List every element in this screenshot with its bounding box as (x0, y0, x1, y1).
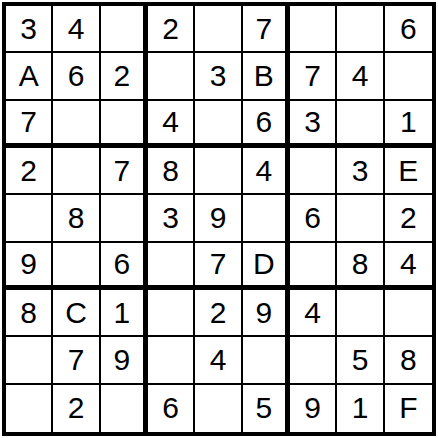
cell-r8c7[interactable] (290, 337, 337, 384)
cell-r4c2[interactable] (53, 148, 100, 195)
cell-r6c4[interactable] (148, 243, 195, 290)
cell-r9c8[interactable]: 1 (337, 385, 384, 432)
cell-r1c3[interactable] (101, 6, 148, 53)
cell-r3c3[interactable] (101, 101, 148, 148)
cell-r5c6[interactable] (243, 195, 290, 242)
cell-r6c6[interactable]: D (243, 243, 290, 290)
cell-r2c3[interactable]: 2 (101, 53, 148, 100)
cell-r8c8[interactable]: 5 (337, 337, 384, 384)
cell-r6c9[interactable]: 4 (385, 243, 432, 290)
cell-r6c1[interactable]: 9 (6, 243, 53, 290)
cell-r3c5[interactable] (195, 101, 242, 148)
cell-r7c7[interactable]: 4 (290, 290, 337, 337)
cell-r5c5[interactable]: 9 (195, 195, 242, 242)
cell-r1c9[interactable]: 6 (385, 6, 432, 53)
cell-r7c5[interactable]: 2 (195, 290, 242, 337)
cell-r5c3[interactable] (101, 195, 148, 242)
cell-r2c8[interactable]: 4 (337, 53, 384, 100)
cell-r1c2[interactable]: 4 (53, 6, 100, 53)
cell-r4c5[interactable] (195, 148, 242, 195)
cell-r3c6[interactable]: 6 (243, 101, 290, 148)
cell-r8c3[interactable]: 9 (101, 337, 148, 384)
cell-r1c7[interactable] (290, 6, 337, 53)
cell-r2c4[interactable] (148, 53, 195, 100)
cell-r6c7[interactable] (290, 243, 337, 290)
cell-r1c8[interactable] (337, 6, 384, 53)
cell-r4c6[interactable]: 4 (243, 148, 290, 195)
cell-r8c1[interactable] (6, 337, 53, 384)
cell-r5c8[interactable] (337, 195, 384, 242)
cell-r5c9[interactable]: 2 (385, 195, 432, 242)
cell-r7c2[interactable]: C (53, 290, 100, 337)
cell-r9c9[interactable]: F (385, 385, 432, 432)
cell-r9c3[interactable] (101, 385, 148, 432)
cell-r4c8[interactable]: 3 (337, 148, 384, 195)
cell-r1c1[interactable]: 3 (6, 6, 53, 53)
cell-r9c1[interactable] (6, 385, 53, 432)
cell-r9c6[interactable]: 5 (243, 385, 290, 432)
cell-r6c3[interactable]: 6 (101, 243, 148, 290)
cell-r8c2[interactable]: 7 (53, 337, 100, 384)
cell-r1c6[interactable]: 7 (243, 6, 290, 53)
cell-r2c9[interactable] (385, 53, 432, 100)
cell-r7c3[interactable]: 1 (101, 290, 148, 337)
cell-r5c4[interactable]: 3 (148, 195, 195, 242)
cell-r4c1[interactable]: 2 (6, 148, 53, 195)
cell-r3c8[interactable] (337, 101, 384, 148)
cell-r6c2[interactable] (53, 243, 100, 290)
cell-r2c2[interactable]: 6 (53, 53, 100, 100)
cell-r3c9[interactable]: 1 (385, 101, 432, 148)
cell-r4c9[interactable]: E (385, 148, 432, 195)
sudoku-puzzle: 34276A623B747463127843E83962967D848C1294… (0, 0, 438, 438)
cell-r5c2[interactable]: 8 (53, 195, 100, 242)
cell-r6c8[interactable]: 8 (337, 243, 384, 290)
cell-r2c1[interactable]: A (6, 53, 53, 100)
cell-r3c2[interactable] (53, 101, 100, 148)
cell-r7c6[interactable]: 9 (243, 290, 290, 337)
cell-r8c5[interactable]: 4 (195, 337, 242, 384)
cell-r1c4[interactable]: 2 (148, 6, 195, 53)
cell-r9c4[interactable]: 6 (148, 385, 195, 432)
cell-r7c1[interactable]: 8 (6, 290, 53, 337)
cell-r7c9[interactable] (385, 290, 432, 337)
cell-r3c1[interactable]: 7 (6, 101, 53, 148)
cell-r5c1[interactable] (6, 195, 53, 242)
cell-r7c4[interactable] (148, 290, 195, 337)
cell-r8c9[interactable]: 8 (385, 337, 432, 384)
cell-r2c6[interactable]: B (243, 53, 290, 100)
cell-r2c7[interactable]: 7 (290, 53, 337, 100)
cell-r1c5[interactable] (195, 6, 242, 53)
cell-r7c8[interactable] (337, 290, 384, 337)
cell-r3c7[interactable]: 3 (290, 101, 337, 148)
cell-r4c4[interactable]: 8 (148, 148, 195, 195)
cell-r2c5[interactable]: 3 (195, 53, 242, 100)
cell-r3c4[interactable]: 4 (148, 101, 195, 148)
cell-r6c5[interactable]: 7 (195, 243, 242, 290)
cell-r4c3[interactable]: 7 (101, 148, 148, 195)
cell-r4c7[interactable] (290, 148, 337, 195)
cell-r9c5[interactable] (195, 385, 242, 432)
sudoku-board: 34276A623B747463127843E83962967D848C1294… (2, 2, 436, 436)
cell-r9c2[interactable]: 2 (53, 385, 100, 432)
cell-r5c7[interactable]: 6 (290, 195, 337, 242)
cell-r8c6[interactable] (243, 337, 290, 384)
cell-r9c7[interactable]: 9 (290, 385, 337, 432)
cell-r8c4[interactable] (148, 337, 195, 384)
